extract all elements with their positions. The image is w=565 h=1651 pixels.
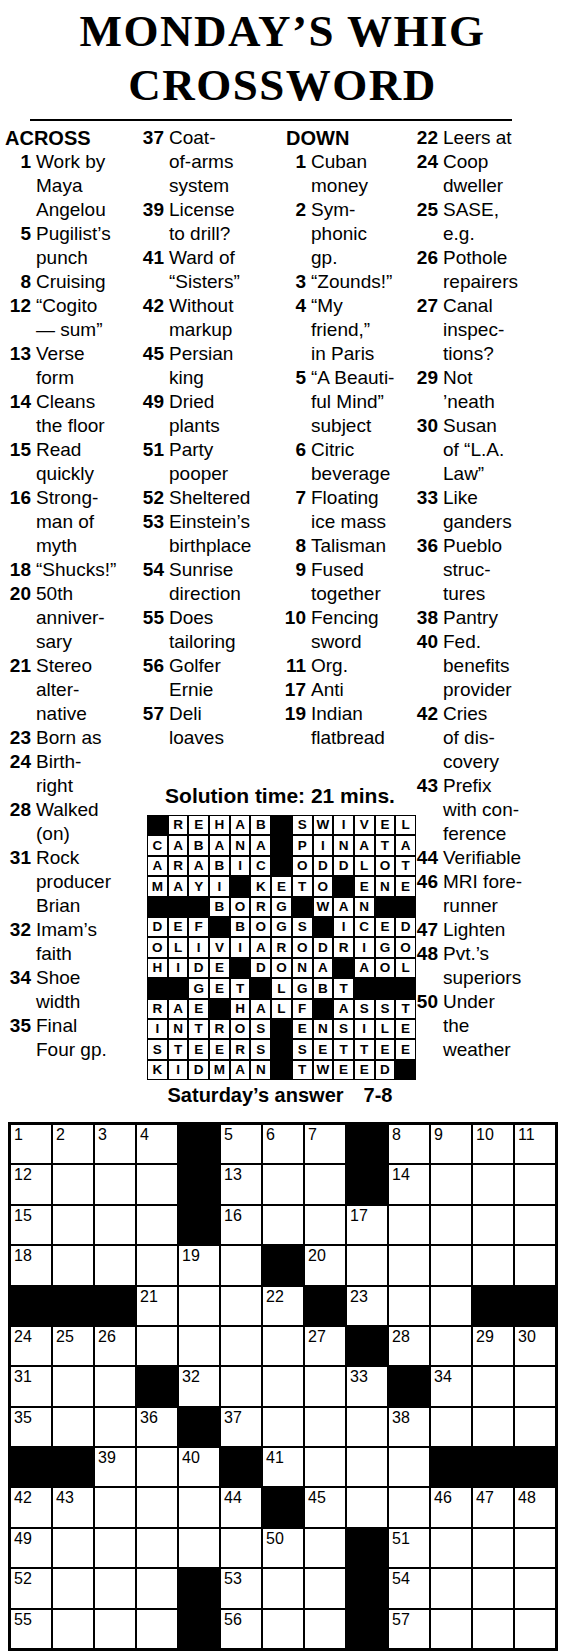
grid-cell[interactable]: 29 (472, 1326, 514, 1366)
clue: 37Coat- of-arms system (138, 126, 270, 198)
grid-cell[interactable]: 13 (220, 1164, 262, 1204)
black-cell (178, 1205, 220, 1245)
grid-cell[interactable] (472, 1366, 514, 1406)
grid-cell[interactable] (514, 1164, 556, 1204)
clue-number: 51 (138, 438, 164, 486)
grid-cell[interactable] (136, 1487, 178, 1527)
grid-cell[interactable] (220, 1528, 262, 1568)
clue-number: 32 (5, 918, 31, 966)
cell-number: 52 (14, 1571, 32, 1587)
grid-cell[interactable] (514, 1407, 556, 1447)
solution-cell: C (250, 856, 271, 876)
grid-cell[interactable] (220, 1245, 262, 1285)
cell-number: 4 (140, 1127, 149, 1143)
solution-cell: L (354, 856, 375, 876)
solution-cell: O (230, 897, 251, 917)
grid-cell[interactable]: 48 (514, 1487, 556, 1527)
cell-number: 42 (14, 1490, 32, 1506)
clue-text: Strong- man of myth (36, 486, 137, 558)
clue-number: 2 (280, 198, 306, 270)
grid-cell[interactable] (52, 1366, 94, 1406)
solution-cell: W (313, 897, 334, 917)
solution-cell: O (375, 958, 396, 978)
cell-number: 46 (434, 1490, 452, 1506)
solution-cell: E (209, 978, 230, 998)
clue: 32Imam’s faith (5, 918, 137, 966)
clue-text: Leers at (443, 126, 562, 150)
grid-cell[interactable] (388, 1487, 430, 1527)
clue-text: Cuban money (311, 150, 414, 198)
clue: 5Pugilist’s punch (5, 222, 137, 270)
clue-number: 23 (5, 726, 31, 750)
grid-cell[interactable]: 4 (136, 1124, 178, 1164)
grid-cell[interactable] (304, 1568, 346, 1608)
grid-cell[interactable]: 27 (304, 1326, 346, 1366)
solution-cell: G (375, 937, 396, 957)
clue: 14Cleans the floor (5, 390, 137, 438)
grid-cell[interactable] (304, 1407, 346, 1447)
grid-cell[interactable] (430, 1205, 472, 1245)
grid-cell[interactable] (136, 1528, 178, 1568)
solution-cell: A (333, 897, 354, 917)
solution-cell: O (250, 917, 271, 937)
grid-cell[interactable] (136, 1568, 178, 1608)
solution-black-cell (230, 876, 251, 896)
solution-cell: T (333, 1039, 354, 1059)
grid-cell[interactable] (430, 1245, 472, 1285)
solution-cell: D (188, 1060, 209, 1080)
clue-text: Shoe width (36, 966, 137, 1014)
grid-cell[interactable] (304, 1528, 346, 1568)
grid-cell[interactable] (178, 1286, 220, 1326)
solution-black-cell (271, 856, 292, 876)
solution-cell: D (375, 1060, 396, 1080)
clue: 5“A Beauti- ful Mind” subject (280, 366, 414, 438)
puzzle-grid: 1234567891011121314151617181920212223242… (8, 1122, 558, 1651)
cell-number: 5 (224, 1127, 233, 1143)
grid-cell[interactable]: 24 (10, 1326, 52, 1366)
grid-cell[interactable]: 19 (178, 1245, 220, 1285)
grid-cell[interactable]: 17 (346, 1205, 388, 1245)
grid-cell[interactable] (472, 1609, 514, 1649)
grid-cell[interactable]: 1 (10, 1124, 52, 1164)
grid-cell[interactable]: 23 (346, 1286, 388, 1326)
clue: 26Pothole repairers (412, 246, 562, 294)
clue-number: 45 (138, 342, 164, 390)
clue-text: Canal inspec- tions? (443, 294, 562, 366)
grid-cell[interactable]: 43 (52, 1487, 94, 1527)
grid-cell[interactable] (52, 1609, 94, 1649)
solution-cell: A (313, 958, 334, 978)
clue: 16Strong- man of myth (5, 486, 137, 558)
grid-cell[interactable] (304, 1447, 346, 1487)
grid-cell[interactable] (346, 1245, 388, 1285)
solution-cell: R (230, 1039, 251, 1059)
clue-column-2: 37Coat- of-arms system39License to drill… (138, 126, 270, 750)
solution-cell: R (209, 1019, 230, 1039)
solution-cell: A (395, 835, 416, 855)
grid-cell[interactable]: 53 (220, 1568, 262, 1608)
grid-cell[interactable] (136, 1245, 178, 1285)
grid-cell[interactable] (514, 1366, 556, 1406)
clue-text: SASE, e.g. (443, 198, 562, 246)
grid-cell[interactable] (430, 1528, 472, 1568)
clue: 1Work by Maya Angelou (5, 150, 137, 222)
grid-cell[interactable]: 51 (388, 1528, 430, 1568)
grid-cell[interactable]: 37 (220, 1407, 262, 1447)
grid-cell[interactable]: 25 (52, 1326, 94, 1366)
clue-number: 25 (412, 198, 438, 246)
grid-cell[interactable]: 44 (220, 1487, 262, 1527)
clue: 4“My friend,” in Paris (280, 294, 414, 366)
grid-cell[interactable]: 45 (304, 1487, 346, 1527)
grid-cell[interactable] (262, 1326, 304, 1366)
grid-cell[interactable] (178, 1326, 220, 1366)
grid-cell[interactable] (388, 1245, 430, 1285)
solution-cell: E (188, 815, 209, 835)
cell-number: 57 (392, 1612, 410, 1628)
black-cell (514, 1447, 556, 1487)
grid-cell[interactable] (472, 1407, 514, 1447)
solution-cell: K (250, 876, 271, 896)
grid-cell[interactable] (514, 1205, 556, 1245)
grid-cell[interactable] (220, 1326, 262, 1366)
clue-number: 42 (138, 294, 164, 342)
solution-cell: W (313, 815, 334, 835)
grid-cell[interactable] (136, 1447, 178, 1487)
cell-number: 38 (392, 1410, 410, 1426)
solution-cell: H (209, 815, 230, 835)
grid-cell[interactable]: 38 (388, 1407, 430, 1447)
solution-cell: E (354, 1060, 375, 1080)
grid-cell[interactable]: 20 (304, 1245, 346, 1285)
solution-cell: R (271, 937, 292, 957)
solution-cell: E (375, 1039, 396, 1059)
clue: 40Fed. benefits provider (412, 630, 562, 702)
grid-cell[interactable] (514, 1245, 556, 1285)
grid-cell[interactable] (94, 1366, 136, 1406)
clue: 12“Cogito — sum” (5, 294, 137, 342)
clue: 15Read quickly (5, 438, 137, 486)
solution-cell: E (395, 1019, 416, 1039)
grid-cell[interactable] (430, 1286, 472, 1326)
grid-cell[interactable] (262, 1609, 304, 1649)
solution-black-cell (354, 978, 375, 998)
clue-text: “Zounds!” (311, 270, 414, 294)
grid-cell[interactable] (52, 1205, 94, 1245)
grid-cell[interactable] (94, 1568, 136, 1608)
grid-cell[interactable] (472, 1205, 514, 1245)
grid-cell[interactable] (304, 1609, 346, 1649)
solution-cell: A (230, 815, 251, 835)
solution-cell: B (313, 978, 334, 998)
grid-cell[interactable] (388, 1447, 430, 1487)
grid-cell[interactable]: 8 (388, 1124, 430, 1164)
cell-number: 1 (14, 1127, 23, 1143)
clue-text: Imam’s faith (36, 918, 137, 966)
cell-number: 36 (140, 1410, 158, 1426)
grid-cell[interactable] (262, 1568, 304, 1608)
grid-cell[interactable] (262, 1366, 304, 1406)
clue: 42Cries of dis- covery (412, 702, 562, 774)
grid-cell[interactable] (472, 1245, 514, 1285)
grid-cell[interactable]: 10 (472, 1124, 514, 1164)
solution-cell: A (168, 999, 189, 1019)
clue-text: Pothole repairers (443, 246, 562, 294)
solution-cell: N (333, 835, 354, 855)
grid-cell[interactable]: 56 (220, 1609, 262, 1649)
grid-cell[interactable] (52, 1245, 94, 1285)
solution-cell: B (188, 835, 209, 855)
solution-cell: L (375, 1019, 396, 1039)
clue-number: 53 (138, 510, 164, 558)
grid-cell[interactable] (52, 1528, 94, 1568)
grid-cell[interactable]: 50 (262, 1528, 304, 1568)
solution-cell: L (395, 815, 416, 835)
grid-cell[interactable]: 57 (388, 1609, 430, 1649)
grid-cell[interactable] (430, 1407, 472, 1447)
grid-cell[interactable]: 22 (262, 1286, 304, 1326)
grid-cell[interactable] (94, 1528, 136, 1568)
cell-number: 39 (98, 1450, 116, 1466)
solution-cell: D (250, 958, 271, 978)
grid-cell[interactable] (178, 1487, 220, 1527)
solution-cell: A (354, 835, 375, 855)
solution-cell: T (333, 978, 354, 998)
cell-number: 32 (182, 1369, 200, 1385)
grid-cell[interactable]: 18 (10, 1245, 52, 1285)
solution-cell: B (250, 815, 271, 835)
grid-cell[interactable]: 42 (10, 1487, 52, 1527)
grid-cell[interactable] (136, 1326, 178, 1366)
grid-cell[interactable] (388, 1286, 430, 1326)
grid-cell[interactable]: 7 (304, 1124, 346, 1164)
clue: 27Canal inspec- tions? (412, 294, 562, 366)
black-cell (10, 1286, 52, 1326)
cell-number: 12 (14, 1167, 32, 1183)
grid-cell[interactable]: 36 (136, 1407, 178, 1447)
solution-cell: A (250, 835, 271, 855)
clue-number: 26 (412, 246, 438, 294)
clue-text: Read quickly (36, 438, 137, 486)
clue: 9Fused together (280, 558, 414, 606)
clue: 36Pueblo struc- tures (412, 534, 562, 606)
cell-number: 20 (308, 1248, 326, 1264)
solution-black-cell (147, 815, 168, 835)
clue-number: 10 (280, 606, 306, 654)
cell-number: 7 (308, 1127, 317, 1143)
cell-number: 44 (224, 1490, 242, 1506)
solution-cell: I (333, 815, 354, 835)
solution-cell: R (333, 937, 354, 957)
grid-cell[interactable] (346, 1447, 388, 1487)
grid-cell[interactable] (220, 1366, 262, 1406)
clue-number: 18 (5, 558, 31, 582)
clue-text: Pueblo struc- tures (443, 534, 562, 606)
clue-number: 55 (138, 606, 164, 654)
clue: 24Birth- right (5, 750, 137, 798)
solution-black-cell (395, 978, 416, 998)
clue-number: 5 (5, 222, 31, 270)
black-cell (220, 1447, 262, 1487)
solution-cell: N (354, 897, 375, 917)
grid-cell[interactable] (430, 1326, 472, 1366)
clue: 31Rock producer Brian (5, 846, 137, 918)
grid-cell[interactable] (94, 1487, 136, 1527)
black-cell (94, 1286, 136, 1326)
clue: 45Persian king (138, 342, 270, 390)
grid-cell[interactable] (94, 1205, 136, 1245)
grid-cell[interactable] (94, 1407, 136, 1447)
grid-cell[interactable]: 5 (220, 1124, 262, 1164)
grid-cell[interactable]: 31 (10, 1366, 52, 1406)
clue: 28Walked (on) (5, 798, 137, 846)
grid-cell[interactable]: 11 (514, 1124, 556, 1164)
black-cell (472, 1286, 514, 1326)
grid-cell[interactable] (136, 1164, 178, 1204)
grid-cell[interactable]: 52 (10, 1568, 52, 1608)
cell-number: 34 (434, 1369, 452, 1385)
grid-cell[interactable] (472, 1164, 514, 1204)
grid-cell[interactable]: 12 (10, 1164, 52, 1204)
grid-cell[interactable] (430, 1609, 472, 1649)
solution-cell: L (395, 958, 416, 978)
grid-cell[interactable] (304, 1205, 346, 1245)
clue-text: Rock producer Brian (36, 846, 137, 918)
grid-cell[interactable]: 3 (94, 1124, 136, 1164)
grid-cell[interactable] (136, 1609, 178, 1649)
cell-number: 50 (266, 1531, 284, 1547)
clue-text: Indian flatbread (311, 702, 414, 750)
clue: 34Shoe width (5, 966, 137, 1014)
grid-cell[interactable]: 33 (346, 1366, 388, 1406)
grid-cell[interactable]: 9 (430, 1124, 472, 1164)
black-cell (346, 1528, 388, 1568)
grid-cell[interactable]: 34 (430, 1366, 472, 1406)
grid-cell[interactable]: 21 (136, 1286, 178, 1326)
clue: 53Einstein’s birthplace (138, 510, 270, 558)
grid-cell[interactable] (346, 1407, 388, 1447)
grid-cell[interactable] (388, 1205, 430, 1245)
grid-cell[interactable]: 16 (220, 1205, 262, 1245)
solution-cell: E (168, 917, 189, 937)
grid-cell[interactable]: 30 (514, 1326, 556, 1366)
clue-text: “Cogito — sum” (36, 294, 137, 342)
clue-column-1: ACROSS 1Work by Maya Angelou5Pugilist’s … (5, 126, 137, 1062)
clue-number: 17 (280, 678, 306, 702)
cell-number: 30 (518, 1329, 536, 1345)
grid-cell[interactable] (94, 1245, 136, 1285)
page-ref: 7-8 (364, 1084, 393, 1106)
solution-cell: S (250, 1039, 271, 1059)
grid-cell[interactable] (52, 1407, 94, 1447)
clue-text: Org. (311, 654, 414, 678)
clue-column-4: 22Leers at24Coop dweller25SASE, e.g.26Po… (412, 126, 562, 1062)
grid-cell[interactable] (304, 1366, 346, 1406)
grid-cell[interactable]: 2 (52, 1124, 94, 1164)
grid-cell[interactable]: 40 (178, 1447, 220, 1487)
solution-cell: R (147, 999, 168, 1019)
grid-cell[interactable]: 6 (262, 1124, 304, 1164)
grid-cell[interactable] (262, 1164, 304, 1204)
grid-cell[interactable] (514, 1568, 556, 1608)
grid-cell[interactable]: 55 (10, 1609, 52, 1649)
clue-text: Final Four gp. (36, 1014, 137, 1062)
grid-cell[interactable] (136, 1205, 178, 1245)
grid-cell[interactable]: 49 (10, 1528, 52, 1568)
cell-number: 54 (392, 1571, 410, 1587)
down-header: DOWN (280, 126, 414, 150)
solution-cell: A (188, 856, 209, 876)
cell-number: 8 (392, 1127, 401, 1143)
grid-cell[interactable]: 35 (10, 1407, 52, 1447)
solution-black-cell (313, 917, 334, 937)
grid-cell[interactable] (52, 1568, 94, 1608)
clue-text: Born as (36, 726, 137, 750)
grid-cell[interactable] (94, 1609, 136, 1649)
grid-cell[interactable]: 54 (388, 1568, 430, 1608)
grid-cell[interactable] (178, 1528, 220, 1568)
grid-cell[interactable] (304, 1164, 346, 1204)
solution-cell: I (333, 917, 354, 937)
solution-black-cell (313, 999, 334, 1019)
grid-cell[interactable] (514, 1609, 556, 1649)
solution-cell: A (168, 876, 189, 896)
grid-cell[interactable] (220, 1286, 262, 1326)
grid-cell[interactable] (52, 1164, 94, 1204)
grid-cell[interactable] (262, 1205, 304, 1245)
clue-text: MRI fore- runner (443, 870, 562, 918)
grid-cell[interactable]: 26 (94, 1326, 136, 1366)
clue-number: 42 (412, 702, 438, 774)
clue-number: 12 (5, 294, 31, 342)
clue: 42Without markup (138, 294, 270, 342)
grid-cell[interactable]: 47 (472, 1487, 514, 1527)
grid-cell[interactable]: 39 (94, 1447, 136, 1487)
clue-number: 34 (5, 966, 31, 1014)
grid-cell[interactable]: 46 (430, 1487, 472, 1527)
grid-cell[interactable]: 15 (10, 1205, 52, 1245)
grid-cell[interactable]: 14 (388, 1164, 430, 1204)
black-cell (178, 1609, 220, 1649)
solution-cell: E (313, 1039, 334, 1059)
grid-cell[interactable] (472, 1568, 514, 1608)
grid-cell[interactable]: 32 (178, 1366, 220, 1406)
grid-cell[interactable] (514, 1528, 556, 1568)
solution-cell: O (271, 958, 292, 978)
clue-number: 54 (138, 558, 164, 606)
cell-number: 56 (224, 1612, 242, 1628)
cell-number: 31 (14, 1369, 32, 1385)
black-cell (178, 1164, 220, 1204)
solution-cell: T (395, 999, 416, 1019)
grid-cell[interactable] (430, 1568, 472, 1608)
clue: 49Dried plants (138, 390, 270, 438)
grid-cell[interactable] (346, 1487, 388, 1527)
clue-number: 35 (5, 1014, 31, 1062)
grid-cell[interactable]: 41 (262, 1447, 304, 1487)
grid-cell[interactable] (262, 1407, 304, 1447)
clue-text: Floating ice mass (311, 486, 414, 534)
grid-cell[interactable] (430, 1164, 472, 1204)
clue-text: Sym- phonic gp. (311, 198, 414, 270)
grid-cell[interactable]: 28 (388, 1326, 430, 1366)
solution-cell: S (292, 917, 313, 937)
grid-cell[interactable] (472, 1528, 514, 1568)
clue: 30Susan of “L.A. Law” (412, 414, 562, 486)
solution-cell: E (209, 1039, 230, 1059)
grid-cell[interactable] (94, 1164, 136, 1204)
